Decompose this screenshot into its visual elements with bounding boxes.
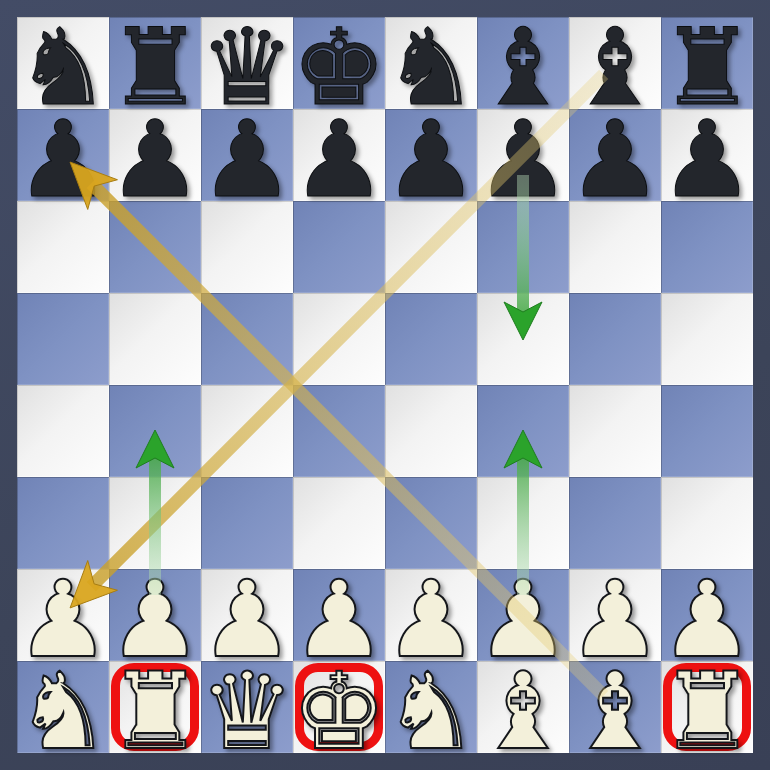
square-a8[interactable]: ♞ xyxy=(17,17,109,109)
chess-board-frame: ♞♜♛♚♞♝♝♜♟♟♟♟♟♟♟♟♟♟♟♟♟♟♟♟♞♜♛♚♞♝♝♜ xyxy=(0,0,770,770)
square-b7[interactable]: ♟ xyxy=(109,109,201,201)
square-a1[interactable]: ♞ xyxy=(17,661,109,753)
square-c4[interactable] xyxy=(201,385,293,477)
square-a5[interactable] xyxy=(17,293,109,385)
square-c3[interactable] xyxy=(201,477,293,569)
square-e7[interactable]: ♟ xyxy=(385,109,477,201)
square-a2[interactable]: ♟ xyxy=(17,569,109,661)
square-d8[interactable]: ♚ xyxy=(293,17,385,109)
piece-black-pawn-h7[interactable]: ♟ xyxy=(661,114,753,206)
square-f8[interactable]: ♝ xyxy=(477,17,569,109)
square-d1[interactable]: ♚ xyxy=(293,661,385,753)
square-d2[interactable]: ♟ xyxy=(293,569,385,661)
piece-black-pawn-g7[interactable]: ♟ xyxy=(569,114,661,206)
square-d3[interactable] xyxy=(293,477,385,569)
square-f7[interactable]: ♟ xyxy=(477,109,569,201)
piece-black-pawn-a7[interactable]: ♟ xyxy=(17,114,109,206)
square-a4[interactable] xyxy=(17,385,109,477)
square-e1[interactable]: ♞ xyxy=(385,661,477,753)
square-b8[interactable]: ♜ xyxy=(109,17,201,109)
square-h2[interactable]: ♟ xyxy=(661,569,753,661)
piece-black-pawn-b7[interactable]: ♟ xyxy=(109,114,201,206)
square-b1[interactable]: ♜ xyxy=(109,661,201,753)
square-e2[interactable]: ♟ xyxy=(385,569,477,661)
square-h5[interactable] xyxy=(661,293,753,385)
piece-white-bishop-g1[interactable]: ♝ xyxy=(569,666,661,758)
piece-white-king-d1[interactable]: ♚ xyxy=(293,666,385,758)
piece-black-pawn-d7[interactable]: ♟ xyxy=(293,114,385,206)
square-d7[interactable]: ♟ xyxy=(293,109,385,201)
square-c1[interactable]: ♛ xyxy=(201,661,293,753)
square-f3[interactable] xyxy=(477,477,569,569)
square-b2[interactable]: ♟ xyxy=(109,569,201,661)
square-e4[interactable] xyxy=(385,385,477,477)
square-d4[interactable] xyxy=(293,385,385,477)
square-g7[interactable]: ♟ xyxy=(569,109,661,201)
square-a7[interactable]: ♟ xyxy=(17,109,109,201)
square-g1[interactable]: ♝ xyxy=(569,661,661,753)
piece-white-knight-a1[interactable]: ♞ xyxy=(17,666,109,758)
square-g3[interactable] xyxy=(569,477,661,569)
square-f1[interactable]: ♝ xyxy=(477,661,569,753)
square-g2[interactable]: ♟ xyxy=(569,569,661,661)
piece-black-pawn-e7[interactable]: ♟ xyxy=(385,114,477,206)
piece-white-knight-e1[interactable]: ♞ xyxy=(385,666,477,758)
square-b3[interactable] xyxy=(109,477,201,569)
square-h4[interactable] xyxy=(661,385,753,477)
square-f5[interactable] xyxy=(477,293,569,385)
piece-black-pawn-c7[interactable]: ♟ xyxy=(201,114,293,206)
square-e3[interactable] xyxy=(385,477,477,569)
square-c8[interactable]: ♛ xyxy=(201,17,293,109)
square-g8[interactable]: ♝ xyxy=(569,17,661,109)
piece-white-rook-b1[interactable]: ♜ xyxy=(109,666,201,758)
piece-black-pawn-f7[interactable]: ♟ xyxy=(477,114,569,206)
square-h7[interactable]: ♟ xyxy=(661,109,753,201)
square-f4[interactable] xyxy=(477,385,569,477)
square-h8[interactable]: ♜ xyxy=(661,17,753,109)
square-d5[interactable] xyxy=(293,293,385,385)
piece-white-queen-c1[interactable]: ♛ xyxy=(201,666,293,758)
square-a3[interactable] xyxy=(17,477,109,569)
square-g5[interactable] xyxy=(569,293,661,385)
square-c2[interactable]: ♟ xyxy=(201,569,293,661)
square-c5[interactable] xyxy=(201,293,293,385)
chess-board: ♞♜♛♚♞♝♝♜♟♟♟♟♟♟♟♟♟♟♟♟♟♟♟♟♞♜♛♚♞♝♝♜ xyxy=(17,17,753,753)
square-c7[interactable]: ♟ xyxy=(201,109,293,201)
piece-white-bishop-f1[interactable]: ♝ xyxy=(477,666,569,758)
piece-white-rook-h1[interactable]: ♜ xyxy=(661,666,753,758)
square-h3[interactable] xyxy=(661,477,753,569)
square-b5[interactable] xyxy=(109,293,201,385)
square-g4[interactable] xyxy=(569,385,661,477)
square-h1[interactable]: ♜ xyxy=(661,661,753,753)
square-e8[interactable]: ♞ xyxy=(385,17,477,109)
square-f2[interactable]: ♟ xyxy=(477,569,569,661)
square-e5[interactable] xyxy=(385,293,477,385)
square-b4[interactable] xyxy=(109,385,201,477)
